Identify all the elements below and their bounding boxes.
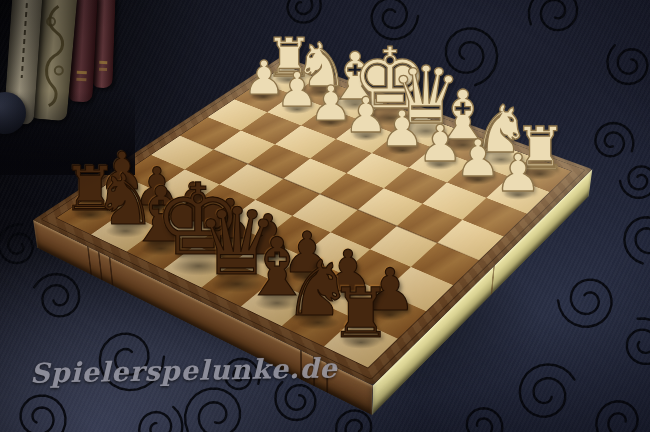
piece-black-rook-a8[interactable]: ♜ xyxy=(330,278,392,347)
square-a3[interactable] xyxy=(462,198,527,237)
hinge-line xyxy=(491,265,495,295)
piece-white-pawn-a2[interactable]: ♟ xyxy=(495,147,542,199)
watermark: Spielerspelunke.de xyxy=(30,352,338,388)
square-a4[interactable] xyxy=(437,220,503,260)
square-b4[interactable] xyxy=(397,204,462,243)
square-a5[interactable] xyxy=(411,243,479,285)
photo-scene: ♜♞♝♚♛♝♞♜♟♟♟♟♟♟♟♟♟♟♟♟♟♟♟♟♜♞♝♚♛♝♞♜ Spieler… xyxy=(0,0,650,432)
